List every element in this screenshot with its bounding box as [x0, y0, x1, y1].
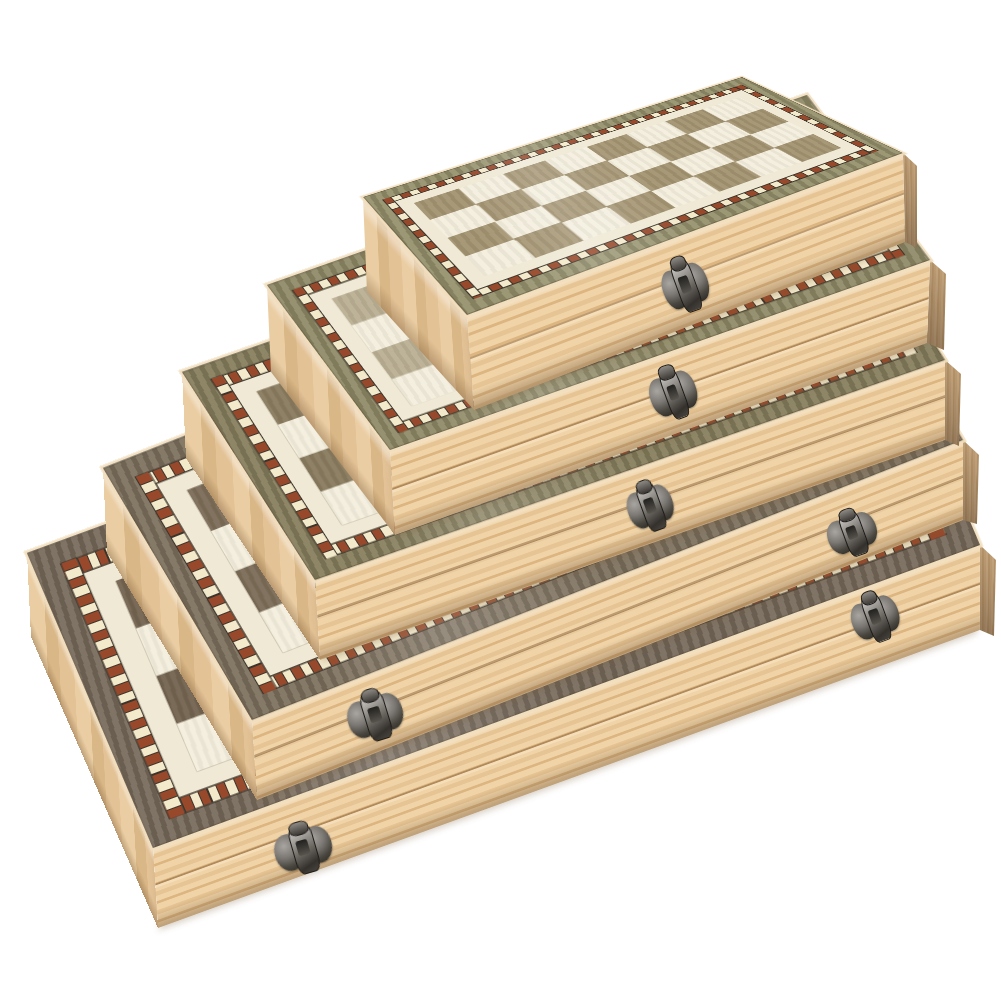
box-3-right-end-face: [945, 360, 961, 446]
box-4-right-end-face: [963, 440, 979, 524]
box-1-right-end-face: [903, 153, 917, 248]
box-2-right-end-face: [927, 260, 946, 350]
product-photo-scene: Five closed folding wooden chess box set…: [0, 0, 1001, 1001]
box-5-right-end-face: [980, 545, 996, 636]
